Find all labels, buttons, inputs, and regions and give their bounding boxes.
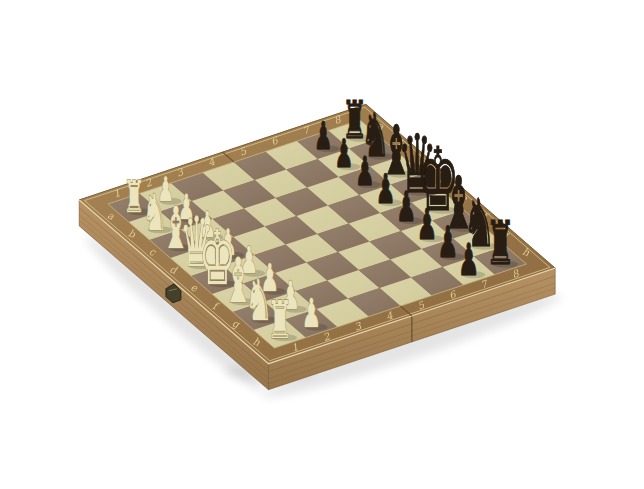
black-pawn-b7: ♟ <box>334 131 353 176</box>
white-rook-h1: ♜ <box>267 289 293 350</box>
white-pawn-h2: ♟ <box>301 290 321 337</box>
black-pawn-g7: ♟ <box>437 216 458 267</box>
black-pawn-f7: ♟ <box>417 199 438 249</box>
black-pawn-c7: ♟ <box>355 148 375 195</box>
black-pawn-e7: ♟ <box>396 182 417 230</box>
chessboard-photo: aabbccddeeffgghh1122334455667788♜♟♞♟♝♟♛♟… <box>0 0 644 489</box>
black-pawn-h7: ♟ <box>458 234 480 285</box>
black-rook-h8: ♜ <box>485 209 515 278</box>
black-pawn-d7: ♟ <box>376 164 396 212</box>
product-photo-stage: aabbccddeeffgghh1122334455667788♜♟♞♟♝♟♛♟… <box>0 0 644 489</box>
black-pawn-a7: ♟ <box>314 113 333 158</box>
